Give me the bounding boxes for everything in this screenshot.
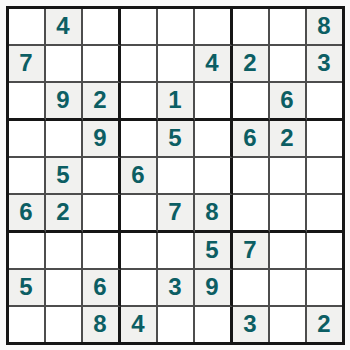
- page: 487423921695625662785756398432: [0, 0, 350, 350]
- cell-r4c4[interactable]: [121, 121, 158, 158]
- cell-r1c5[interactable]: [158, 9, 195, 46]
- cell-r9c4: 4: [121, 307, 158, 342]
- board-row-1: 48: [9, 9, 342, 46]
- cell-r9c1[interactable]: [9, 307, 46, 342]
- cell-r7c6: 5: [195, 233, 233, 270]
- cell-r7c5[interactable]: [158, 233, 195, 270]
- cell-r8c8[interactable]: [270, 270, 307, 307]
- cell-r2c2[interactable]: [46, 46, 83, 83]
- cell-r5c3[interactable]: [83, 158, 121, 195]
- cell-r3c7[interactable]: [233, 83, 270, 121]
- board-row-8: 5639: [9, 270, 342, 307]
- cell-r7c9[interactable]: [307, 233, 342, 270]
- cell-r6c1: 6: [9, 195, 46, 233]
- cell-r5c5[interactable]: [158, 158, 195, 195]
- cell-r5c9[interactable]: [307, 158, 342, 195]
- board-row-3: 9216: [9, 83, 342, 121]
- cell-r8c2[interactable]: [46, 270, 83, 307]
- cell-r4c9[interactable]: [307, 121, 342, 158]
- cell-r9c6[interactable]: [195, 307, 233, 342]
- cell-r3c3: 2: [83, 83, 121, 121]
- cell-r5c2: 5: [46, 158, 83, 195]
- cell-r2c4[interactable]: [121, 46, 158, 83]
- cell-r1c8[interactable]: [270, 9, 307, 46]
- cell-r3c6[interactable]: [195, 83, 233, 121]
- cell-r2c8[interactable]: [270, 46, 307, 83]
- cell-r7c4[interactable]: [121, 233, 158, 270]
- cell-r5c6[interactable]: [195, 158, 233, 195]
- cell-r9c7: 3: [233, 307, 270, 342]
- cell-r6c3[interactable]: [83, 195, 121, 233]
- cell-r4c7: 6: [233, 121, 270, 158]
- cell-r8c9[interactable]: [307, 270, 342, 307]
- cell-r3c4[interactable]: [121, 83, 158, 121]
- cell-r6c9[interactable]: [307, 195, 342, 233]
- cell-r7c7: 7: [233, 233, 270, 270]
- cell-r3c2: 9: [46, 83, 83, 121]
- cell-r9c5[interactable]: [158, 307, 195, 342]
- cell-r3c1[interactable]: [9, 83, 46, 121]
- cell-r6c2: 2: [46, 195, 83, 233]
- cell-r3c8: 6: [270, 83, 307, 121]
- cell-r8c3: 6: [83, 270, 121, 307]
- cell-r8c6: 9: [195, 270, 233, 307]
- cell-r9c8[interactable]: [270, 307, 307, 342]
- cell-r3c5: 1: [158, 83, 195, 121]
- board-row-2: 7423: [9, 46, 342, 83]
- cell-r9c3: 8: [83, 307, 121, 342]
- cell-r1c2: 4: [46, 9, 83, 46]
- cell-r6c7[interactable]: [233, 195, 270, 233]
- cell-r2c7: 2: [233, 46, 270, 83]
- cell-r6c6: 8: [195, 195, 233, 233]
- cell-r1c6[interactable]: [195, 9, 233, 46]
- cell-r2c6: 4: [195, 46, 233, 83]
- cell-r4c1[interactable]: [9, 121, 46, 158]
- cell-r5c7[interactable]: [233, 158, 270, 195]
- cell-r2c3[interactable]: [83, 46, 121, 83]
- cell-r9c2[interactable]: [46, 307, 83, 342]
- cell-r6c5: 7: [158, 195, 195, 233]
- board-row-5: 56: [9, 158, 342, 195]
- cell-r7c3[interactable]: [83, 233, 121, 270]
- cell-r1c4[interactable]: [121, 9, 158, 46]
- board-row-4: 9562: [9, 121, 342, 158]
- cell-r5c8[interactable]: [270, 158, 307, 195]
- sudoku-board: 487423921695625662785756398432: [6, 6, 345, 345]
- cell-r2c1: 7: [9, 46, 46, 83]
- board-row-7: 57: [9, 233, 342, 270]
- cell-r4c2[interactable]: [46, 121, 83, 158]
- cell-r6c4[interactable]: [121, 195, 158, 233]
- cell-r1c3[interactable]: [83, 9, 121, 46]
- cell-r5c1[interactable]: [9, 158, 46, 195]
- cell-r8c4[interactable]: [121, 270, 158, 307]
- cell-r4c6[interactable]: [195, 121, 233, 158]
- board-row-9: 8432: [9, 307, 342, 342]
- cell-r4c5: 5: [158, 121, 195, 158]
- cell-r8c7[interactable]: [233, 270, 270, 307]
- board-row-6: 6278: [9, 195, 342, 233]
- cell-r5c4: 6: [121, 158, 158, 195]
- cell-r1c7[interactable]: [233, 9, 270, 46]
- cell-r2c9: 3: [307, 46, 342, 83]
- cell-r9c9: 2: [307, 307, 342, 342]
- cell-r6c8[interactable]: [270, 195, 307, 233]
- cell-r7c1[interactable]: [9, 233, 46, 270]
- cell-r7c2[interactable]: [46, 233, 83, 270]
- cell-r1c9: 8: [307, 9, 342, 46]
- cell-r8c1: 5: [9, 270, 46, 307]
- cell-r7c8[interactable]: [270, 233, 307, 270]
- cell-r4c8: 2: [270, 121, 307, 158]
- cell-r2c5[interactable]: [158, 46, 195, 83]
- cell-r4c3: 9: [83, 121, 121, 158]
- cell-r3c9[interactable]: [307, 83, 342, 121]
- cell-r8c5: 3: [158, 270, 195, 307]
- cell-r1c1[interactable]: [9, 9, 46, 46]
